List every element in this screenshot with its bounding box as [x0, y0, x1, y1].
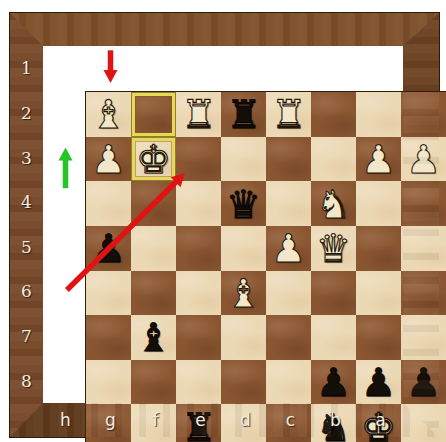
square-b5[interactable] — [356, 271, 401, 316]
square-a1[interactable] — [401, 92, 446, 137]
square-d6[interactable] — [266, 315, 311, 360]
file-label-g: g — [88, 404, 133, 438]
white-queen[interactable]: ♛ — [311, 226, 356, 271]
file-coordinates: hgfedcba — [43, 404, 403, 438]
square-e3[interactable]: ♛ — [221, 181, 266, 226]
white-bishop[interactable]: ♝ — [86, 92, 131, 137]
rank-label-1: 1 — [10, 46, 43, 91]
file-label-d: d — [223, 404, 268, 438]
square-e4[interactable] — [221, 226, 266, 271]
white-pawn[interactable]: ♟ — [401, 137, 446, 182]
square-a8[interactable] — [401, 404, 446, 442]
square-e5[interactable]: ♝ — [221, 271, 266, 316]
black-rook[interactable]: ♜ — [221, 92, 266, 137]
chess-board: ♝♜♜♜♟♚♟♟♛♞♟♟♛♝♝♟♟♟♜♞♚ — [86, 92, 446, 442]
square-d7[interactable] — [266, 360, 311, 405]
square-e6[interactable] — [221, 315, 266, 360]
rank-label-2: 2 — [10, 91, 43, 136]
white-bishop[interactable]: ♝ — [221, 271, 266, 316]
square-c4[interactable]: ♛ — [311, 226, 356, 271]
square-g2[interactable]: ♚ — [131, 137, 176, 182]
rank-label-4: 4 — [10, 180, 43, 225]
square-d4[interactable]: ♟ — [266, 226, 311, 271]
rank-label-6: 6 — [10, 269, 43, 314]
white-pawn[interactable]: ♟ — [86, 137, 131, 182]
square-g6[interactable]: ♝ — [131, 315, 176, 360]
square-c5[interactable] — [311, 271, 356, 316]
white-rook[interactable]: ♜ — [266, 92, 311, 137]
square-g7[interactable] — [131, 360, 176, 405]
square-g3[interactable] — [131, 181, 176, 226]
black-queen[interactable]: ♛ — [221, 181, 266, 226]
file-label-h: h — [43, 404, 88, 438]
file-label-c: c — [268, 404, 313, 438]
square-c1[interactable] — [311, 92, 356, 137]
square-a5[interactable] — [401, 271, 446, 316]
white-rook[interactable]: ♜ — [176, 92, 221, 137]
square-e7[interactable] — [221, 360, 266, 405]
rank-coordinates: 12345678 — [10, 46, 43, 403]
square-f5[interactable] — [176, 271, 221, 316]
square-c6[interactable] — [311, 315, 356, 360]
square-h1[interactable]: ♝ — [86, 92, 131, 137]
square-f7[interactable] — [176, 360, 221, 405]
white-king[interactable]: ♚ — [131, 137, 176, 182]
square-h2[interactable]: ♟ — [86, 137, 131, 182]
square-c7[interactable]: ♟ — [311, 360, 356, 405]
rank-label-3: 3 — [10, 135, 43, 180]
black-pawn[interactable]: ♟ — [311, 360, 356, 405]
square-h3[interactable] — [86, 181, 131, 226]
white-pawn[interactable]: ♟ — [266, 226, 311, 271]
square-f4[interactable] — [176, 226, 221, 271]
square-b6[interactable] — [356, 315, 401, 360]
file-label-a: a — [358, 404, 403, 438]
square-d2[interactable] — [266, 137, 311, 182]
file-label-b: b — [313, 404, 358, 438]
square-a2[interactable]: ♟ — [401, 137, 446, 182]
square-f6[interactable] — [176, 315, 221, 360]
square-c2[interactable] — [311, 137, 356, 182]
square-b3[interactable] — [356, 181, 401, 226]
square-b2[interactable]: ♟ — [356, 137, 401, 182]
white-pawn[interactable]: ♟ — [356, 137, 401, 182]
square-a3[interactable] — [401, 181, 446, 226]
square-e2[interactable] — [221, 137, 266, 182]
square-h4[interactable]: ♟ — [86, 226, 131, 271]
black-pawn[interactable]: ♟ — [401, 360, 446, 405]
square-f2[interactable] — [176, 137, 221, 182]
file-label-e: e — [178, 404, 223, 438]
square-f3[interactable] — [176, 181, 221, 226]
black-bishop[interactable]: ♝ — [131, 315, 176, 360]
square-h5[interactable] — [86, 271, 131, 316]
white-knight[interactable]: ♞ — [311, 181, 356, 226]
square-a6[interactable] — [401, 315, 446, 360]
file-label-f: f — [133, 404, 178, 438]
square-d3[interactable] — [266, 181, 311, 226]
rank-label-8: 8 — [10, 358, 43, 403]
square-g5[interactable] — [131, 271, 176, 316]
square-a4[interactable] — [401, 226, 446, 271]
square-g1[interactable] — [131, 92, 176, 137]
square-a7[interactable]: ♟ — [401, 360, 446, 405]
square-g4[interactable] — [131, 226, 176, 271]
rank-label-7: 7 — [10, 314, 43, 359]
square-d5[interactable] — [266, 271, 311, 316]
square-b4[interactable] — [356, 226, 401, 271]
black-pawn[interactable]: ♟ — [356, 360, 401, 405]
board-frame: ♝♜♜♜♟♚♟♟♛♞♟♟♛♝♝♟♟♟♜♞♚ — [10, 13, 439, 437]
square-b1[interactable] — [356, 92, 401, 137]
square-b7[interactable]: ♟ — [356, 360, 401, 405]
black-pawn[interactable]: ♟ — [86, 226, 131, 271]
square-h7[interactable] — [86, 360, 131, 405]
square-f1[interactable]: ♜ — [176, 92, 221, 137]
square-h6[interactable] — [86, 315, 131, 360]
square-e1[interactable]: ♜ — [221, 92, 266, 137]
rank-label-5: 5 — [10, 225, 43, 270]
square-c3[interactable]: ♞ — [311, 181, 356, 226]
square-d1[interactable]: ♜ — [266, 92, 311, 137]
